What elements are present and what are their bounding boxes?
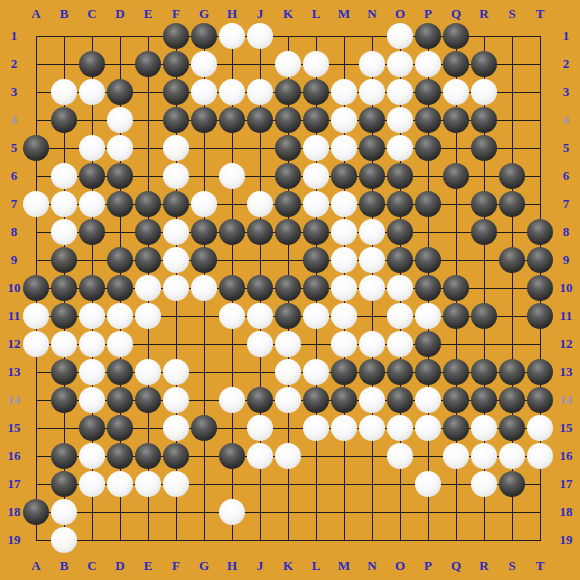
board-point-J9[interactable] [246,246,274,274]
board-point-J10[interactable] [246,274,274,302]
board-point-S9[interactable] [498,246,526,274]
board-point-D2[interactable] [106,50,134,78]
board-point-H12[interactable] [218,330,246,358]
board-point-R7[interactable] [470,190,498,218]
board-point-F4[interactable] [162,106,190,134]
board-point-J14[interactable] [246,386,274,414]
board-point-B18[interactable] [50,498,78,526]
board-point-Q11[interactable] [442,302,470,330]
board-point-R6[interactable] [470,162,498,190]
board-point-Q17[interactable] [442,470,470,498]
board-point-H19[interactable] [218,526,246,554]
board-point-K8[interactable] [274,218,302,246]
board-point-S12[interactable] [498,330,526,358]
board-point-E18[interactable] [134,498,162,526]
board-point-F19[interactable] [162,526,190,554]
board-point-H5[interactable] [218,134,246,162]
board-point-K2[interactable] [274,50,302,78]
board-point-C14[interactable] [78,386,106,414]
board-point-T16[interactable] [526,442,554,470]
board-point-H13[interactable] [218,358,246,386]
board-point-T18[interactable] [526,498,554,526]
board-point-K18[interactable] [274,498,302,526]
board-point-G4[interactable] [190,106,218,134]
board-point-P13[interactable] [414,358,442,386]
board-point-O12[interactable] [386,330,414,358]
board-point-J7[interactable] [246,190,274,218]
board-point-B6[interactable] [50,162,78,190]
board-point-D15[interactable] [106,414,134,442]
board-point-S6[interactable] [498,162,526,190]
board-point-F2[interactable] [162,50,190,78]
board-point-M15[interactable] [330,414,358,442]
board-point-T14[interactable] [526,386,554,414]
board-point-H3[interactable] [218,78,246,106]
board-point-J8[interactable] [246,218,274,246]
board-point-L2[interactable] [302,50,330,78]
board-point-D5[interactable] [106,134,134,162]
board-point-N8[interactable] [358,218,386,246]
board-point-F14[interactable] [162,386,190,414]
board-point-P16[interactable] [414,442,442,470]
board-point-E4[interactable] [134,106,162,134]
board-point-F16[interactable] [162,442,190,470]
board-point-L14[interactable] [302,386,330,414]
board-point-J3[interactable] [246,78,274,106]
board-point-O15[interactable] [386,414,414,442]
board-point-G17[interactable] [190,470,218,498]
board-point-P11[interactable] [414,302,442,330]
board-point-F7[interactable] [162,190,190,218]
board-point-D3[interactable] [106,78,134,106]
board-point-S11[interactable] [498,302,526,330]
board-point-B2[interactable] [50,50,78,78]
board-point-R2[interactable] [470,50,498,78]
board-point-N3[interactable] [358,78,386,106]
board-point-K14[interactable] [274,386,302,414]
board-point-T8[interactable] [526,218,554,246]
board-point-F10[interactable] [162,274,190,302]
board-point-D11[interactable] [106,302,134,330]
board-point-Q12[interactable] [442,330,470,358]
board-point-T3[interactable] [526,78,554,106]
board-point-N16[interactable] [358,442,386,470]
board-point-F11[interactable] [162,302,190,330]
board-point-C2[interactable] [78,50,106,78]
board-point-D13[interactable] [106,358,134,386]
board-point-R15[interactable] [470,414,498,442]
board-point-D9[interactable] [106,246,134,274]
board-point-J11[interactable] [246,302,274,330]
board-point-T15[interactable] [526,414,554,442]
board-point-D6[interactable] [106,162,134,190]
board-point-S4[interactable] [498,106,526,134]
board-point-Q19[interactable] [442,526,470,554]
board-point-L11[interactable] [302,302,330,330]
board-point-G13[interactable] [190,358,218,386]
board-point-S16[interactable] [498,442,526,470]
board-point-M12[interactable] [330,330,358,358]
board-point-M2[interactable] [330,50,358,78]
board-point-D10[interactable] [106,274,134,302]
board-point-G9[interactable] [190,246,218,274]
board-point-C12[interactable] [78,330,106,358]
board-point-H9[interactable] [218,246,246,274]
board-point-S13[interactable] [498,358,526,386]
board-point-K17[interactable] [274,470,302,498]
board-point-R17[interactable] [470,470,498,498]
board-point-N19[interactable] [358,526,386,554]
board-point-N7[interactable] [358,190,386,218]
board-point-S19[interactable] [498,526,526,554]
board-point-Q6[interactable] [442,162,470,190]
board-point-K10[interactable] [274,274,302,302]
board-point-L13[interactable] [302,358,330,386]
board-point-K19[interactable] [274,526,302,554]
board-intersections[interactable] [22,22,554,554]
board-point-M8[interactable] [330,218,358,246]
board-point-F17[interactable] [162,470,190,498]
board-point-N15[interactable] [358,414,386,442]
board-point-L18[interactable] [302,498,330,526]
board-point-O8[interactable] [386,218,414,246]
board-point-D12[interactable] [106,330,134,358]
board-point-E7[interactable] [134,190,162,218]
board-point-N11[interactable] [358,302,386,330]
board-point-B4[interactable] [50,106,78,134]
board-point-C7[interactable] [78,190,106,218]
board-point-H4[interactable] [218,106,246,134]
board-point-L8[interactable] [302,218,330,246]
board-point-M13[interactable] [330,358,358,386]
board-point-S17[interactable] [498,470,526,498]
board-point-P7[interactable] [414,190,442,218]
board-point-P5[interactable] [414,134,442,162]
board-point-O3[interactable] [386,78,414,106]
board-point-P15[interactable] [414,414,442,442]
board-point-F15[interactable] [162,414,190,442]
board-point-T6[interactable] [526,162,554,190]
board-point-B5[interactable] [50,134,78,162]
board-point-B11[interactable] [50,302,78,330]
board-point-L9[interactable] [302,246,330,274]
board-point-O4[interactable] [386,106,414,134]
board-point-K5[interactable] [274,134,302,162]
board-point-G16[interactable] [190,442,218,470]
board-point-C9[interactable] [78,246,106,274]
board-point-T17[interactable] [526,470,554,498]
board-point-Q16[interactable] [442,442,470,470]
board-point-C3[interactable] [78,78,106,106]
board-point-P19[interactable] [414,526,442,554]
board-point-D4[interactable] [106,106,134,134]
board-point-D8[interactable] [106,218,134,246]
board-point-R3[interactable] [470,78,498,106]
board-point-Q8[interactable] [442,218,470,246]
board-point-B9[interactable] [50,246,78,274]
board-point-N18[interactable] [358,498,386,526]
board-point-L19[interactable] [302,526,330,554]
board-point-L4[interactable] [302,106,330,134]
board-point-C19[interactable] [78,526,106,554]
board-point-K12[interactable] [274,330,302,358]
board-point-J12[interactable] [246,330,274,358]
board-point-E3[interactable] [134,78,162,106]
board-point-T13[interactable] [526,358,554,386]
board-point-S10[interactable] [498,274,526,302]
board-point-F13[interactable] [162,358,190,386]
board-point-R5[interactable] [470,134,498,162]
board-point-G6[interactable] [190,162,218,190]
board-point-J13[interactable] [246,358,274,386]
board-point-P8[interactable] [414,218,442,246]
board-point-D17[interactable] [106,470,134,498]
board-point-Q14[interactable] [442,386,470,414]
board-point-S18[interactable] [498,498,526,526]
board-point-M11[interactable] [330,302,358,330]
board-point-C15[interactable] [78,414,106,442]
board-point-E9[interactable] [134,246,162,274]
board-point-Q13[interactable] [442,358,470,386]
board-point-K3[interactable] [274,78,302,106]
board-point-P2[interactable] [414,50,442,78]
board-point-Q2[interactable] [442,50,470,78]
board-point-B15[interactable] [50,414,78,442]
board-point-B19[interactable] [50,526,78,554]
board-point-R10[interactable] [470,274,498,302]
board-point-F18[interactable] [162,498,190,526]
board-point-O9[interactable] [386,246,414,274]
board-point-C11[interactable] [78,302,106,330]
board-point-E13[interactable] [134,358,162,386]
board-point-K15[interactable] [274,414,302,442]
board-point-Q3[interactable] [442,78,470,106]
board-point-F12[interactable] [162,330,190,358]
board-point-F5[interactable] [162,134,190,162]
board-point-O17[interactable] [386,470,414,498]
board-point-C16[interactable] [78,442,106,470]
board-point-N4[interactable] [358,106,386,134]
board-point-G10[interactable] [190,274,218,302]
board-point-L12[interactable] [302,330,330,358]
board-point-B7[interactable] [50,190,78,218]
board-point-R8[interactable] [470,218,498,246]
board-point-K11[interactable] [274,302,302,330]
board-point-R14[interactable] [470,386,498,414]
board-point-T10[interactable] [526,274,554,302]
board-point-O19[interactable] [386,526,414,554]
board-point-P3[interactable] [414,78,442,106]
board-point-E5[interactable] [134,134,162,162]
board-point-J16[interactable] [246,442,274,470]
board-point-T5[interactable] [526,134,554,162]
board-point-N17[interactable] [358,470,386,498]
board-point-D14[interactable] [106,386,134,414]
board-point-L5[interactable] [302,134,330,162]
board-point-G8[interactable] [190,218,218,246]
board-point-M16[interactable] [330,442,358,470]
board-point-K4[interactable] [274,106,302,134]
board-point-S15[interactable] [498,414,526,442]
board-point-K9[interactable] [274,246,302,274]
board-point-R11[interactable] [470,302,498,330]
board-point-O5[interactable] [386,134,414,162]
board-point-C10[interactable] [78,274,106,302]
board-point-R18[interactable] [470,498,498,526]
board-point-M9[interactable] [330,246,358,274]
board-point-B8[interactable] [50,218,78,246]
board-point-G14[interactable] [190,386,218,414]
board-point-P4[interactable] [414,106,442,134]
board-point-F8[interactable] [162,218,190,246]
board-point-M6[interactable] [330,162,358,190]
board-point-S14[interactable] [498,386,526,414]
board-point-P12[interactable] [414,330,442,358]
board-point-O14[interactable] [386,386,414,414]
board-point-J5[interactable] [246,134,274,162]
board-point-C4[interactable] [78,106,106,134]
board-point-E16[interactable] [134,442,162,470]
board-point-M17[interactable] [330,470,358,498]
board-point-T11[interactable] [526,302,554,330]
board-point-H16[interactable] [218,442,246,470]
board-point-C6[interactable] [78,162,106,190]
board-point-Q4[interactable] [442,106,470,134]
board-point-J18[interactable] [246,498,274,526]
board-point-R16[interactable] [470,442,498,470]
board-point-N14[interactable] [358,386,386,414]
board-point-H11[interactable] [218,302,246,330]
board-point-H2[interactable] [218,50,246,78]
board-point-S7[interactable] [498,190,526,218]
board-point-Q18[interactable] [442,498,470,526]
board-point-P14[interactable] [414,386,442,414]
board-point-G5[interactable] [190,134,218,162]
board-point-Q7[interactable] [442,190,470,218]
board-point-B13[interactable] [50,358,78,386]
board-point-F9[interactable] [162,246,190,274]
board-point-D19[interactable] [106,526,134,554]
board-point-G18[interactable] [190,498,218,526]
board-point-N6[interactable] [358,162,386,190]
board-point-G15[interactable] [190,414,218,442]
board-point-M10[interactable] [330,274,358,302]
board-point-G11[interactable] [190,302,218,330]
board-point-R19[interactable] [470,526,498,554]
board-point-E8[interactable] [134,218,162,246]
board-point-T19[interactable] [526,526,554,554]
board-point-B10[interactable] [50,274,78,302]
board-point-M5[interactable] [330,134,358,162]
board-point-M7[interactable] [330,190,358,218]
board-point-J15[interactable] [246,414,274,442]
board-point-F6[interactable] [162,162,190,190]
board-point-B16[interactable] [50,442,78,470]
board-point-J2[interactable] [246,50,274,78]
board-point-O10[interactable] [386,274,414,302]
board-point-E17[interactable] [134,470,162,498]
board-point-L6[interactable] [302,162,330,190]
board-point-S8[interactable] [498,218,526,246]
board-point-O13[interactable] [386,358,414,386]
board-point-O2[interactable] [386,50,414,78]
board-point-J19[interactable] [246,526,274,554]
board-point-K16[interactable] [274,442,302,470]
board-point-D7[interactable] [106,190,134,218]
board-point-T4[interactable] [526,106,554,134]
board-point-E2[interactable] [134,50,162,78]
board-point-R12[interactable] [470,330,498,358]
board-point-K7[interactable] [274,190,302,218]
board-point-N5[interactable] [358,134,386,162]
board-point-J6[interactable] [246,162,274,190]
board-point-H18[interactable] [218,498,246,526]
board-point-K13[interactable] [274,358,302,386]
board-point-T12[interactable] [526,330,554,358]
board-point-E15[interactable] [134,414,162,442]
board-point-D16[interactable] [106,442,134,470]
board-point-E6[interactable] [134,162,162,190]
board-point-M14[interactable] [330,386,358,414]
board-point-Q9[interactable] [442,246,470,274]
board-point-J4[interactable] [246,106,274,134]
board-point-L7[interactable] [302,190,330,218]
board-point-N2[interactable] [358,50,386,78]
board-point-G12[interactable] [190,330,218,358]
board-point-H8[interactable] [218,218,246,246]
board-point-O7[interactable] [386,190,414,218]
board-point-B14[interactable] [50,386,78,414]
board-point-P10[interactable] [414,274,442,302]
board-point-Q5[interactable] [442,134,470,162]
board-point-M4[interactable] [330,106,358,134]
board-point-S5[interactable] [498,134,526,162]
board-point-R13[interactable] [470,358,498,386]
board-point-P9[interactable] [414,246,442,274]
board-point-S2[interactable] [498,50,526,78]
board-point-S3[interactable] [498,78,526,106]
board-point-P6[interactable] [414,162,442,190]
board-point-C17[interactable] [78,470,106,498]
board-point-N13[interactable] [358,358,386,386]
board-point-N12[interactable] [358,330,386,358]
board-point-M3[interactable] [330,78,358,106]
board-point-N9[interactable] [358,246,386,274]
board-point-E19[interactable] [134,526,162,554]
board-point-H6[interactable] [218,162,246,190]
board-point-P17[interactable] [414,470,442,498]
board-point-F3[interactable] [162,78,190,106]
board-point-E14[interactable] [134,386,162,414]
board-point-O18[interactable] [386,498,414,526]
board-point-G7[interactable] [190,190,218,218]
board-point-L17[interactable] [302,470,330,498]
board-point-O16[interactable] [386,442,414,470]
board-point-E11[interactable] [134,302,162,330]
board-point-C5[interactable] [78,134,106,162]
board-point-H10[interactable] [218,274,246,302]
board-point-O11[interactable] [386,302,414,330]
board-point-Q15[interactable] [442,414,470,442]
board-point-T9[interactable] [526,246,554,274]
board-point-H15[interactable] [218,414,246,442]
board-point-B3[interactable] [50,78,78,106]
board-point-B12[interactable] [50,330,78,358]
board-point-Q10[interactable] [442,274,470,302]
board-point-L3[interactable] [302,78,330,106]
board-point-R9[interactable] [470,246,498,274]
board-point-L15[interactable] [302,414,330,442]
